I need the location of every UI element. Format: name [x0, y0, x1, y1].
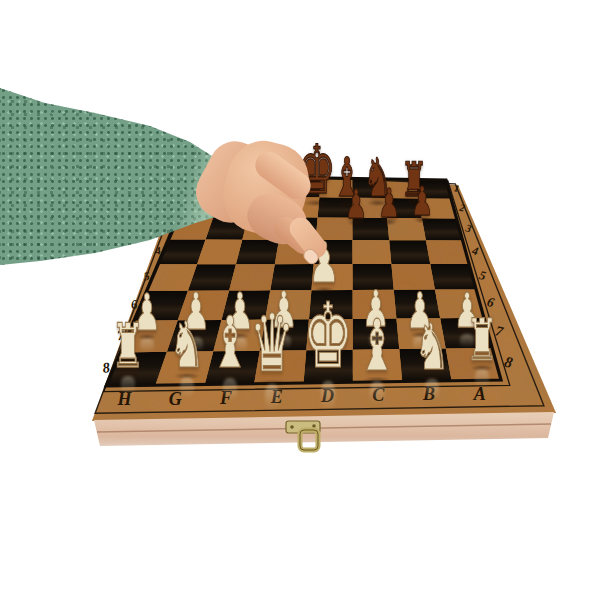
svg-text:A: A	[473, 384, 486, 404]
piece-tip-dark-queen-e2	[288, 154, 297, 170]
svg-text:C: C	[372, 385, 385, 405]
svg-text:G: G	[169, 389, 182, 409]
svg-text:H: H	[117, 389, 133, 409]
piece-tip-dark-bishop-f2	[253, 145, 261, 158]
svg-text:F: F	[219, 388, 232, 408]
svg-text:D: D	[320, 386, 334, 406]
chessboard: HGFEDCBA8877665544332211	[0, 0, 600, 600]
product-photo-stage: HGFEDCBA8877665544332211 ♜♞♝♛♚♝♞♜♟♟♟♟♟♟♟…	[0, 0, 600, 600]
svg-text:B: B	[422, 384, 435, 404]
svg-text:E: E	[270, 387, 283, 407]
svg-text:8: 8	[101, 359, 111, 376]
